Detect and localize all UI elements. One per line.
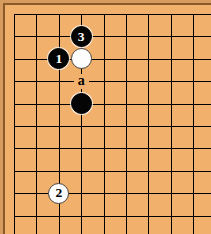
board-edge-line-left — [3, 3, 5, 234]
stone-black-3[interactable]: 3 — [71, 26, 92, 47]
board-grid-lines — [14, 14, 211, 234]
board-edge-line-top — [3, 3, 211, 5]
point-a-label[interactable]: a — [74, 74, 89, 89]
stone-white-2[interactable]: 2 — [48, 183, 69, 204]
go-board: 312a — [0, 0, 211, 234]
stone-black-unmarked[interactable] — [71, 93, 92, 114]
stone-white-unmarked[interactable] — [71, 48, 92, 69]
